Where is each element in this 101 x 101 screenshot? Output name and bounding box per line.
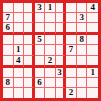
cell-r1c6-empty[interactable] bbox=[56, 3, 67, 13]
cell-r4c3-empty[interactable] bbox=[24, 35, 35, 45]
cell-r5c1-empty[interactable] bbox=[3, 45, 14, 55]
cell-r9c9-empty[interactable] bbox=[87, 88, 98, 98]
cell-r1c3-empty[interactable] bbox=[24, 3, 35, 13]
cell-r5c3-empty[interactable] bbox=[24, 45, 35, 55]
cell-r1c7-empty[interactable] bbox=[66, 3, 77, 13]
cell-r5c7-given-7[interactable]: 7 bbox=[66, 45, 77, 55]
cell-r3c5-empty[interactable] bbox=[45, 23, 56, 35]
cell-r6c1-empty[interactable] bbox=[3, 56, 14, 68]
cell-r4c8-given-8[interactable]: 8 bbox=[77, 35, 88, 45]
cell-r9c3-empty[interactable] bbox=[24, 88, 35, 98]
cell-r5c4-empty[interactable] bbox=[35, 45, 46, 55]
cell-r4c5-empty[interactable] bbox=[45, 35, 56, 45]
cell-r3c1-given-6[interactable]: 6 bbox=[3, 23, 14, 35]
cell-r2c6-empty[interactable] bbox=[56, 13, 67, 23]
cell-r7c3-empty[interactable] bbox=[24, 68, 35, 78]
cell-r3c7-empty[interactable] bbox=[66, 23, 77, 35]
cell-r1c4-given-3[interactable]: 3 bbox=[35, 3, 46, 13]
cell-r3c2-empty[interactable] bbox=[14, 23, 25, 35]
cell-r3c3-empty[interactable] bbox=[24, 23, 35, 35]
cell-r9c4-empty[interactable] bbox=[35, 88, 46, 98]
cell-r9c8-empty[interactable] bbox=[77, 88, 88, 98]
cell-r6c9-empty[interactable] bbox=[87, 56, 98, 68]
cell-r2c9-empty[interactable] bbox=[87, 13, 98, 23]
cell-r8c6-empty[interactable] bbox=[56, 78, 67, 88]
cell-r4c9-empty[interactable] bbox=[87, 35, 98, 45]
cell-r7c9-given-1[interactable]: 1 bbox=[87, 68, 98, 78]
cell-r4c4-given-5[interactable]: 5 bbox=[35, 35, 46, 45]
cell-r4c1-empty[interactable] bbox=[3, 35, 14, 45]
cell-r4c6-empty[interactable] bbox=[56, 35, 67, 45]
cell-r2c2-empty[interactable] bbox=[14, 13, 25, 23]
cell-r1c2-empty[interactable] bbox=[14, 3, 25, 13]
cell-r9c5-empty[interactable] bbox=[45, 88, 56, 98]
cell-r2c4-empty[interactable] bbox=[35, 13, 46, 23]
cell-r1c9-given-4[interactable]: 4 bbox=[87, 3, 98, 13]
cell-r2c3-empty[interactable] bbox=[24, 13, 35, 23]
cell-r8c7-empty[interactable] bbox=[66, 78, 77, 88]
cell-r2c8-given-3[interactable]: 3 bbox=[77, 13, 88, 23]
cell-r9c1-empty[interactable] bbox=[3, 88, 14, 98]
cell-r9c6-empty[interactable] bbox=[56, 88, 67, 98]
cell-r8c1-given-8[interactable]: 8 bbox=[3, 78, 14, 88]
cell-r6c5-given-2[interactable]: 2 bbox=[45, 56, 56, 68]
cell-r7c6-given-3[interactable]: 3 bbox=[56, 68, 67, 78]
cell-r8c9-empty[interactable] bbox=[87, 78, 98, 88]
cell-r6c6-empty[interactable] bbox=[56, 56, 67, 68]
cell-r8c2-empty[interactable] bbox=[14, 78, 25, 88]
sudoku-board: 31473658174231862 bbox=[0, 0, 101, 101]
cell-r6c4-empty[interactable] bbox=[35, 56, 46, 68]
cell-r7c7-empty[interactable] bbox=[66, 68, 77, 78]
cell-r5c6-empty[interactable] bbox=[56, 45, 67, 55]
cell-r9c2-empty[interactable] bbox=[14, 88, 25, 98]
cell-r6c8-empty[interactable] bbox=[77, 56, 88, 68]
cell-r9c7-given-2[interactable]: 2 bbox=[66, 88, 77, 98]
cell-r7c8-empty[interactable] bbox=[77, 68, 88, 78]
cell-r7c5-empty[interactable] bbox=[45, 68, 56, 78]
cell-r1c5-given-1[interactable]: 1 bbox=[45, 3, 56, 13]
cell-r8c5-empty[interactable] bbox=[45, 78, 56, 88]
cell-r6c2-given-4[interactable]: 4 bbox=[14, 56, 25, 68]
cell-r6c3-empty[interactable] bbox=[24, 56, 35, 68]
cell-r3c6-empty[interactable] bbox=[56, 23, 67, 35]
cell-r8c3-empty[interactable] bbox=[24, 78, 35, 88]
cell-r5c8-empty[interactable] bbox=[77, 45, 88, 55]
cell-r2c7-empty[interactable] bbox=[66, 13, 77, 23]
cell-r8c4-given-6[interactable]: 6 bbox=[35, 78, 46, 88]
cell-r2c5-empty[interactable] bbox=[45, 13, 56, 23]
cell-r5c9-empty[interactable] bbox=[87, 45, 98, 55]
cell-r8c8-empty[interactable] bbox=[77, 78, 88, 88]
cell-r6c7-empty[interactable] bbox=[66, 56, 77, 68]
cell-r7c2-empty[interactable] bbox=[14, 68, 25, 78]
cell-r3c9-empty[interactable] bbox=[87, 23, 98, 35]
